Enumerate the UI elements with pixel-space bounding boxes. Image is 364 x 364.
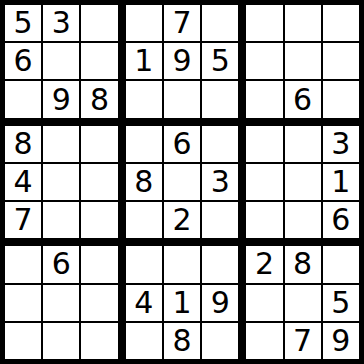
sudoku-box-4: 847 bbox=[5, 126, 118, 239]
sudoku-box-1: 53698 bbox=[5, 5, 118, 118]
sudoku-cell-r9c5-given: 8 bbox=[164, 323, 200, 359]
sudoku-cell-r2c8-empty[interactable] bbox=[285, 43, 321, 79]
sudoku-cell-r8c8-empty[interactable] bbox=[285, 285, 321, 321]
sudoku-cell-r7c3-empty[interactable] bbox=[81, 246, 117, 282]
sudoku-box-2: 7195 bbox=[126, 5, 239, 118]
sudoku-cell-r8c4-given: 4 bbox=[126, 285, 162, 321]
sudoku-cell-r4c6-empty[interactable] bbox=[202, 126, 238, 162]
sudoku-box-9: 28579 bbox=[246, 246, 359, 359]
sudoku-cell-r1c9-empty[interactable] bbox=[323, 5, 359, 41]
sudoku-cell-r6c1-given: 7 bbox=[5, 202, 41, 238]
sudoku-cell-r4c8-empty[interactable] bbox=[285, 126, 321, 162]
sudoku-cell-r7c1-empty[interactable] bbox=[5, 246, 41, 282]
sudoku-cell-r5c8-empty[interactable] bbox=[285, 164, 321, 200]
sudoku-cell-r5c9-given: 1 bbox=[323, 164, 359, 200]
sudoku-cell-r9c9-given: 9 bbox=[323, 323, 359, 359]
sudoku-cell-r5c2-empty[interactable] bbox=[43, 164, 79, 200]
sudoku-board: 53698 7195 6 847 6832 316 6 4198 28579 bbox=[0, 0, 364, 364]
sudoku-cell-r7c9-empty[interactable] bbox=[323, 246, 359, 282]
sudoku-cell-r3c5-empty[interactable] bbox=[164, 81, 200, 117]
sudoku-cell-r1c4-empty[interactable] bbox=[126, 5, 162, 41]
sudoku-cell-r8c9-given: 5 bbox=[323, 285, 359, 321]
sudoku-cell-r9c7-empty[interactable] bbox=[246, 323, 282, 359]
sudoku-cell-r3c7-empty[interactable] bbox=[246, 81, 282, 117]
sudoku-cell-r4c7-empty[interactable] bbox=[246, 126, 282, 162]
sudoku-cell-r1c6-empty[interactable] bbox=[202, 5, 238, 41]
sudoku-cell-r8c6-given: 9 bbox=[202, 285, 238, 321]
sudoku-cell-r2c4-given: 1 bbox=[126, 43, 162, 79]
sudoku-cell-r2c1-given: 6 bbox=[5, 43, 41, 79]
sudoku-cell-r1c5-given: 7 bbox=[164, 5, 200, 41]
sudoku-cell-r3c3-given: 8 bbox=[81, 81, 117, 117]
sudoku-cell-r9c3-empty[interactable] bbox=[81, 323, 117, 359]
sudoku-cell-r5c7-empty[interactable] bbox=[246, 164, 282, 200]
sudoku-box-5: 6832 bbox=[126, 126, 239, 239]
sudoku-cell-r7c8-given: 8 bbox=[285, 246, 321, 282]
sudoku-cell-r2c2-empty[interactable] bbox=[43, 43, 79, 79]
sudoku-cell-r3c2-given: 9 bbox=[43, 81, 79, 117]
sudoku-cell-r9c6-empty[interactable] bbox=[202, 323, 238, 359]
sudoku-cell-r9c2-empty[interactable] bbox=[43, 323, 79, 359]
sudoku-cell-r5c3-empty[interactable] bbox=[81, 164, 117, 200]
sudoku-cell-r2c6-given: 5 bbox=[202, 43, 238, 79]
sudoku-cell-r7c2-given: 6 bbox=[43, 246, 79, 282]
sudoku-cell-r7c6-empty[interactable] bbox=[202, 246, 238, 282]
sudoku-cell-r8c3-empty[interactable] bbox=[81, 285, 117, 321]
sudoku-cell-r9c4-empty[interactable] bbox=[126, 323, 162, 359]
sudoku-cell-r1c7-empty[interactable] bbox=[246, 5, 282, 41]
sudoku-cell-r8c2-empty[interactable] bbox=[43, 285, 79, 321]
sudoku-cell-r3c1-empty[interactable] bbox=[5, 81, 41, 117]
sudoku-cell-r4c4-empty[interactable] bbox=[126, 126, 162, 162]
sudoku-cell-r9c1-empty[interactable] bbox=[5, 323, 41, 359]
sudoku-cell-r3c9-empty[interactable] bbox=[323, 81, 359, 117]
sudoku-cell-r6c7-empty[interactable] bbox=[246, 202, 282, 238]
sudoku-cell-r9c8-given: 7 bbox=[285, 323, 321, 359]
sudoku-cell-r6c3-empty[interactable] bbox=[81, 202, 117, 238]
sudoku-cell-r4c5-given: 6 bbox=[164, 126, 200, 162]
sudoku-cell-r7c7-given: 2 bbox=[246, 246, 282, 282]
sudoku-cell-r4c9-given: 3 bbox=[323, 126, 359, 162]
sudoku-box-8: 4198 bbox=[126, 246, 239, 359]
sudoku-cell-r2c9-empty[interactable] bbox=[323, 43, 359, 79]
sudoku-cell-r8c5-given: 1 bbox=[164, 285, 200, 321]
sudoku-cell-r5c4-given: 8 bbox=[126, 164, 162, 200]
sudoku-cell-r5c6-given: 3 bbox=[202, 164, 238, 200]
sudoku-cell-r1c2-given: 3 bbox=[43, 5, 79, 41]
sudoku-cell-r2c7-empty[interactable] bbox=[246, 43, 282, 79]
sudoku-cell-r6c4-empty[interactable] bbox=[126, 202, 162, 238]
sudoku-cell-r6c9-given: 6 bbox=[323, 202, 359, 238]
sudoku-cell-r8c1-empty[interactable] bbox=[5, 285, 41, 321]
sudoku-cell-r5c5-empty[interactable] bbox=[164, 164, 200, 200]
sudoku-box-6: 316 bbox=[246, 126, 359, 239]
sudoku-cell-r4c3-empty[interactable] bbox=[81, 126, 117, 162]
sudoku-box-3: 6 bbox=[246, 5, 359, 118]
sudoku-cell-r1c8-empty[interactable] bbox=[285, 5, 321, 41]
sudoku-cell-r7c5-empty[interactable] bbox=[164, 246, 200, 282]
sudoku-cell-r2c3-empty[interactable] bbox=[81, 43, 117, 79]
sudoku-cell-r4c1-given: 8 bbox=[5, 126, 41, 162]
sudoku-cell-r2c5-given: 9 bbox=[164, 43, 200, 79]
sudoku-box-7: 6 bbox=[5, 246, 118, 359]
sudoku-cell-r7c4-empty[interactable] bbox=[126, 246, 162, 282]
sudoku-cell-r8c7-empty[interactable] bbox=[246, 285, 282, 321]
sudoku-cell-r5c1-given: 4 bbox=[5, 164, 41, 200]
sudoku-cell-r6c2-empty[interactable] bbox=[43, 202, 79, 238]
sudoku-cell-r6c5-given: 2 bbox=[164, 202, 200, 238]
sudoku-cell-r6c6-empty[interactable] bbox=[202, 202, 238, 238]
sudoku-cell-r3c6-empty[interactable] bbox=[202, 81, 238, 117]
sudoku-cell-r4c2-empty[interactable] bbox=[43, 126, 79, 162]
sudoku-cell-r1c3-empty[interactable] bbox=[81, 5, 117, 41]
sudoku-cell-r3c8-given: 6 bbox=[285, 81, 321, 117]
sudoku-cell-r3c4-empty[interactable] bbox=[126, 81, 162, 117]
sudoku-cell-r1c1-given: 5 bbox=[5, 5, 41, 41]
sudoku-cell-r6c8-empty[interactable] bbox=[285, 202, 321, 238]
